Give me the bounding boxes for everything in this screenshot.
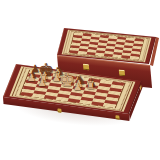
square: [130, 56, 139, 59]
chess-set-product-photo: ♟♞♚♝♟♟♟♟♞♟♟♜♚♟♜♟♟: [0, 0, 160, 160]
brass-hinge-right-icon: [115, 115, 119, 120]
brass-latch-left-icon: [83, 64, 89, 71]
brass-clasp-icon: [140, 84, 142, 90]
square: [103, 103, 116, 108]
brass-latch-right-icon: [119, 70, 125, 77]
case-checker-grid: [69, 32, 143, 59]
brass-hinge-left-icon: [57, 108, 61, 113]
